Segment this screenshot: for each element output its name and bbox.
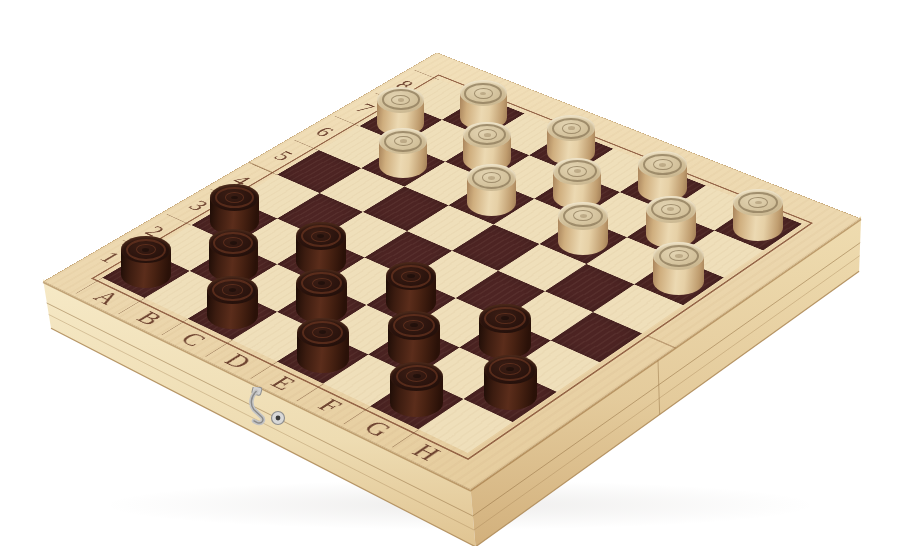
file-label-c: C	[175, 329, 211, 350]
rank-label-1: 1	[95, 249, 125, 265]
metal-clasp	[241, 387, 295, 433]
file-label-g: G	[358, 417, 397, 440]
rank-label-8: 8	[391, 78, 418, 92]
fold-seam	[646, 335, 676, 349]
rank-label-7: 7	[351, 101, 378, 115]
file-label-f: F	[313, 395, 348, 416]
clasp-hook	[245, 387, 270, 424]
file-label-h: H	[407, 440, 446, 463]
product-photo-checkers-set: A1B2C3D4E5F6G7H8	[0, 0, 912, 546]
file-label-d: D	[219, 350, 257, 372]
board-rotation-wrapper: A1B2C3D4E5F6G7H8	[141, 0, 764, 546]
checkers-field	[102, 79, 802, 452]
rank-label-5: 5	[269, 148, 297, 163]
rank-label-6: 6	[311, 124, 339, 139]
fold-seam	[248, 162, 274, 173]
rank-label-2: 2	[140, 223, 169, 239]
rank-label-3: 3	[184, 198, 213, 214]
file-label-a: A	[89, 287, 126, 307]
rank-label-4: 4	[227, 173, 256, 188]
file-label-b: B	[132, 308, 168, 328]
